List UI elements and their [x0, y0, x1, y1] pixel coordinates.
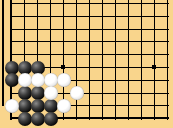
black-stone-c3 [31, 86, 45, 100]
black-stone-b1 [18, 112, 32, 126]
grid-vertical-line [89, 0, 90, 120]
go-board[interactable] [0, 0, 173, 128]
black-stone-c1 [31, 112, 45, 126]
black-stone-d1 [44, 112, 58, 126]
black-stone-c2 [31, 99, 45, 113]
grid-horizontal-line [10, 41, 169, 42]
star-point [152, 65, 156, 69]
grid-vertical-line [154, 0, 155, 120]
white-stone-c4 [31, 73, 45, 87]
white-stone-d3 [44, 86, 58, 100]
grid-vertical-line [102, 0, 103, 120]
grid-horizontal-line [10, 29, 169, 30]
grid-vertical-line [128, 0, 129, 120]
grid-horizontal-line [10, 3, 169, 4]
grid-vertical-line [76, 0, 77, 120]
grid-horizontal-line [10, 16, 169, 17]
black-stone-d2 [44, 99, 58, 113]
black-stone-a4 [5, 73, 19, 87]
white-stone-a2 [5, 99, 19, 113]
grid-vertical-line [141, 0, 142, 120]
grid-vertical-line [115, 0, 116, 120]
left-border-artifact [2, 0, 4, 106]
white-stone-e4 [57, 73, 71, 87]
black-stone-b2 [18, 99, 32, 113]
grid-vertical-line [167, 0, 168, 120]
white-stone-b4 [18, 73, 32, 87]
white-stone-e2 [57, 99, 71, 113]
star-point [61, 65, 65, 69]
go-problem-diagram [0, 0, 173, 128]
grid-horizontal-line [10, 54, 169, 55]
white-stone-f3 [70, 86, 84, 100]
black-stone-b3 [18, 86, 32, 100]
